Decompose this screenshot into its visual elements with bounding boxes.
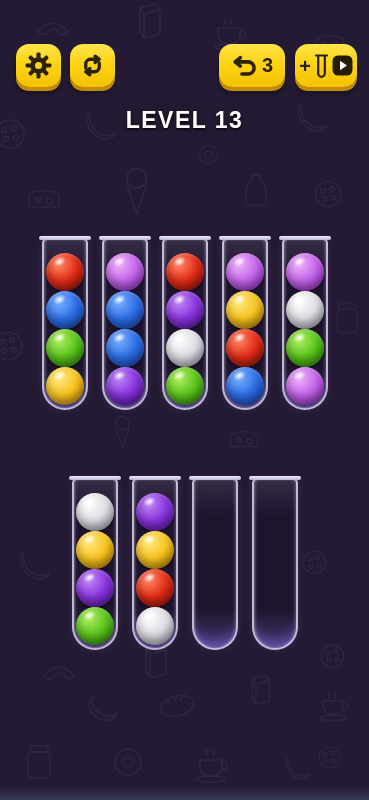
ball-red <box>226 329 264 367</box>
ball-yellow <box>226 291 264 329</box>
ball-red <box>136 569 174 607</box>
settings-button[interactable] <box>16 44 61 87</box>
tube-2-balls <box>106 240 144 405</box>
tube-7-balls <box>136 480 174 645</box>
ball-blue <box>226 367 264 405</box>
ball-orchid <box>286 253 324 291</box>
tube-9-balls <box>256 480 294 645</box>
tube-4[interactable] <box>222 238 268 410</box>
tube-8-balls <box>196 480 234 645</box>
restart-button[interactable] <box>70 44 115 87</box>
ball-orchid <box>106 253 144 291</box>
ball-white <box>286 291 324 329</box>
ball-blue <box>106 329 144 367</box>
tube-2[interactable] <box>102 238 148 410</box>
tube-6-balls <box>76 480 114 645</box>
ball-green <box>286 329 324 367</box>
tube-5-balls <box>286 240 324 405</box>
undo-count: 3 <box>262 54 273 77</box>
tube-9[interactable] <box>252 478 298 650</box>
tube-1-balls <box>46 240 84 405</box>
tube-4-balls <box>226 240 264 405</box>
tube-5[interactable] <box>282 238 328 410</box>
game-screen: 3 + LEVEL 13 <box>0 0 369 800</box>
ball-orchid <box>226 253 264 291</box>
test-tube-icon <box>314 52 329 80</box>
ball-violet <box>136 493 174 531</box>
tube-1[interactable] <box>42 238 88 410</box>
ball-white <box>166 329 204 367</box>
ball-yellow <box>136 531 174 569</box>
ball-blue <box>106 291 144 329</box>
tube-3[interactable] <box>162 238 208 410</box>
level-title: LEVEL 13 <box>0 107 369 134</box>
ball-red <box>166 253 204 291</box>
tube-row-top <box>0 238 369 410</box>
toolbar: 3 + <box>16 44 357 87</box>
ball-violet <box>166 291 204 329</box>
restart-loop-icon <box>79 52 106 79</box>
ball-green <box>76 607 114 645</box>
gear-icon <box>25 52 52 79</box>
ball-green <box>166 367 204 405</box>
tube-row-bottom <box>0 478 369 650</box>
tube-8[interactable] <box>192 478 238 650</box>
ball-white <box>76 493 114 531</box>
ball-white <box>136 607 174 645</box>
ball-violet <box>76 569 114 607</box>
tube-7[interactable] <box>132 478 178 650</box>
tube-3-balls <box>166 240 204 405</box>
undo-arrow-icon <box>231 52 258 79</box>
undo-button[interactable]: 3 <box>219 44 285 87</box>
ball-yellow <box>46 367 84 405</box>
ball-red <box>46 253 84 291</box>
ball-orchid <box>286 367 324 405</box>
ball-yellow <box>76 531 114 569</box>
tube-6[interactable] <box>72 478 118 650</box>
ball-green <box>46 329 84 367</box>
ball-violet <box>106 367 144 405</box>
ball-blue <box>46 291 84 329</box>
play-ad-icon <box>332 55 353 76</box>
add-tube-button[interactable]: + <box>295 44 357 87</box>
plus-sign: + <box>299 56 311 76</box>
bottom-glow <box>0 786 369 800</box>
